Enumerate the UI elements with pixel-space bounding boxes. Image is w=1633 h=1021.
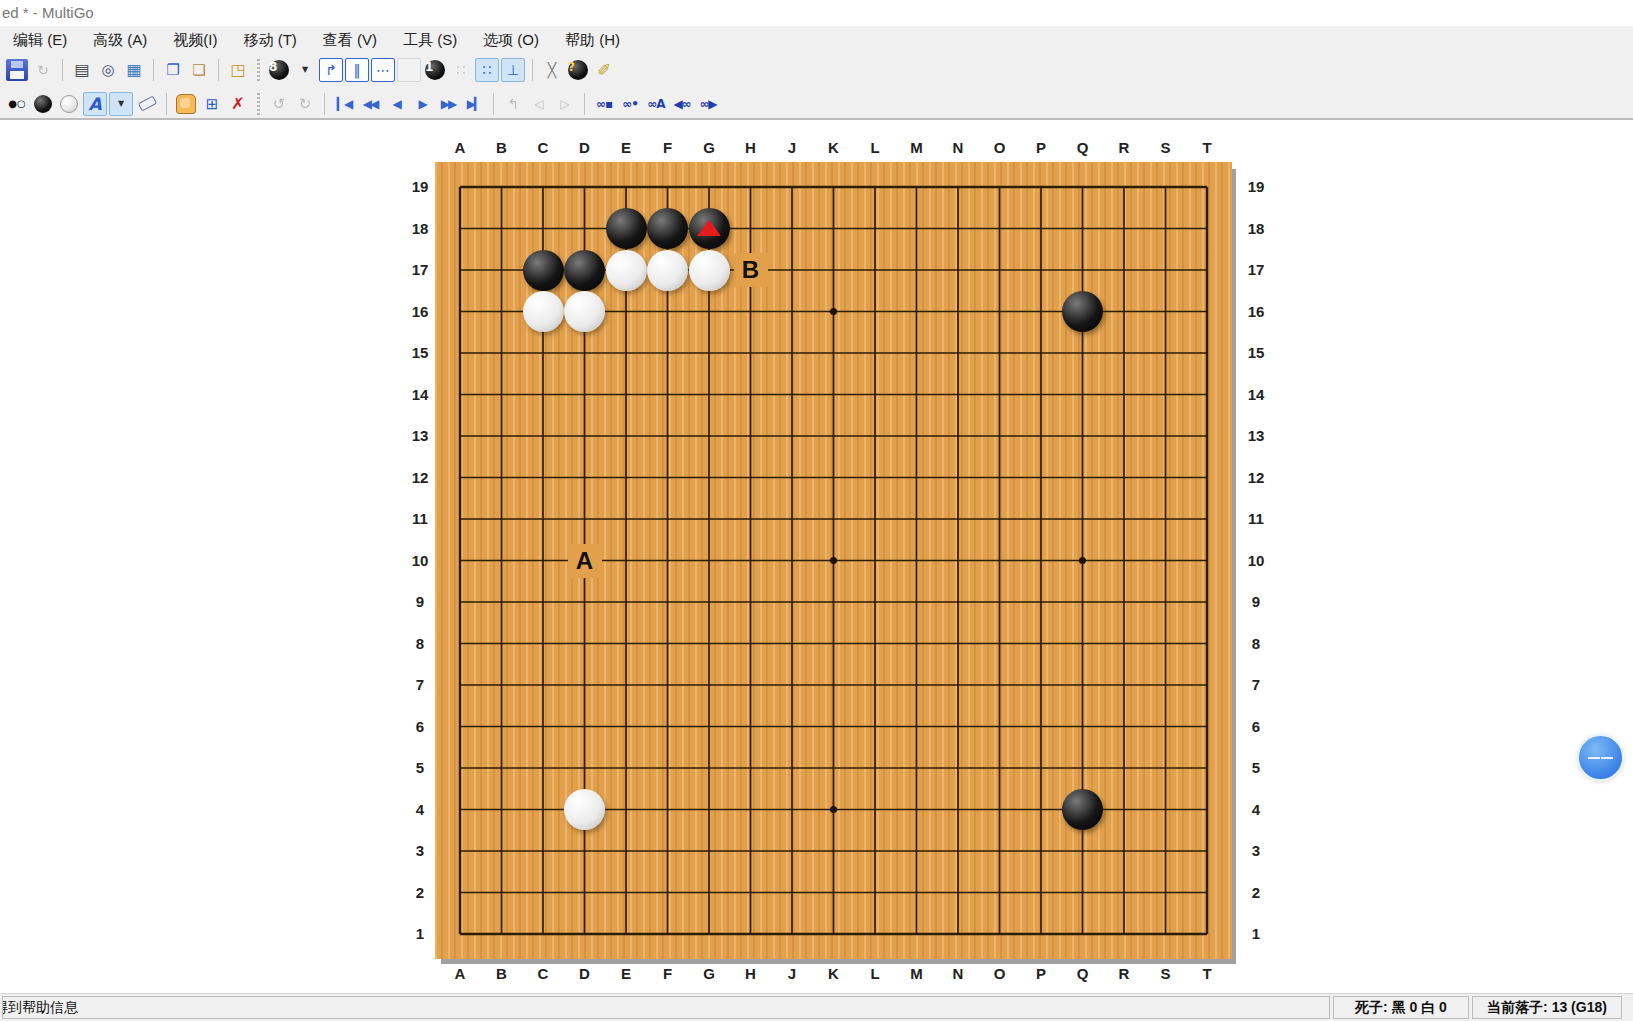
toolbar-separator bbox=[166, 93, 167, 115]
dropdown-caret-icon[interactable]: ▼ bbox=[293, 58, 317, 82]
coord-label-col-H: H bbox=[733, 965, 769, 982]
coord-label-row-6: 6 bbox=[1238, 718, 1274, 735]
stone-white-D16[interactable] bbox=[564, 291, 605, 332]
stone-black-D17[interactable] bbox=[564, 250, 605, 291]
coord-label-col-T: T bbox=[1189, 139, 1225, 156]
coord-label-col-L: L bbox=[857, 965, 893, 982]
rotate-left-icon: ↺ bbox=[267, 92, 291, 116]
coord-label-col-N: N bbox=[940, 139, 976, 156]
window-title: ed * - MultiGo bbox=[2, 4, 94, 21]
star-point-K16 bbox=[830, 308, 837, 315]
toolbar-separator bbox=[218, 59, 219, 81]
coord-label-col-T: T bbox=[1189, 965, 1225, 982]
coord-label-col-H: H bbox=[733, 139, 769, 156]
coord-label-col-G: G bbox=[691, 139, 727, 156]
floating-blue-circle[interactable] bbox=[1577, 734, 1624, 781]
coord-label-col-F: F bbox=[650, 965, 686, 982]
delete-node-icon[interactable]: ✗ bbox=[226, 92, 250, 116]
coord-label-row-15: 15 bbox=[1238, 344, 1274, 361]
menu-bar: 编辑 (E)高级 (A)视频(I)移动 (T)查看 (V)工具 (S)选项 (O… bbox=[0, 26, 1633, 53]
toolbar-separator bbox=[493, 93, 494, 115]
coord-label-col-L: L bbox=[857, 139, 893, 156]
brush-icon[interactable]: ✐ bbox=[592, 58, 616, 82]
title-bar: ed * - MultiGo bbox=[0, 0, 1633, 26]
find-prev-icon[interactable]: ◀∞ bbox=[670, 92, 694, 116]
stone-white-E17[interactable] bbox=[606, 250, 647, 291]
coord-label-row-4: 4 bbox=[1238, 801, 1274, 818]
insert-node-icon[interactable]: ⊞ bbox=[200, 92, 224, 116]
tools-icon[interactable]: ╳ bbox=[540, 58, 564, 82]
coord-label-row-12: 12 bbox=[402, 469, 438, 486]
coord-label-row-12: 12 bbox=[1238, 469, 1274, 486]
coord-label-col-Q: Q bbox=[1065, 139, 1101, 156]
coord-label-row-11: 11 bbox=[402, 510, 438, 527]
coord-label-row-17: 17 bbox=[402, 261, 438, 278]
coord-label-row-3: 3 bbox=[402, 842, 438, 859]
coord-label-row-16: 16 bbox=[402, 303, 438, 320]
coord-label-row-2: 2 bbox=[402, 884, 438, 901]
copy-icon[interactable]: ❐ bbox=[161, 58, 185, 82]
board-label-B: B bbox=[734, 253, 768, 287]
coord-label-col-J: J bbox=[774, 965, 810, 982]
up-level-icon: ↰ bbox=[501, 92, 525, 116]
menu-item[interactable]: 高级 (A) bbox=[80, 26, 160, 53]
captures-panel: 死子: 黑 0 白 0 bbox=[1333, 996, 1469, 1019]
update-document-icon: ↻ bbox=[31, 58, 55, 82]
coord-label-col-A: A bbox=[442, 139, 478, 156]
coord-label-row-1: 1 bbox=[402, 925, 438, 942]
tree-layout-icon: ∷ bbox=[449, 58, 473, 82]
panel-layout-icon[interactable]: ∷ bbox=[475, 58, 499, 82]
coord-label-row-9: 9 bbox=[402, 593, 438, 610]
alternate-stones-icon[interactable]: ●○ bbox=[5, 92, 29, 116]
coord-label-row-5: 5 bbox=[402, 759, 438, 776]
coord-label-col-R: R bbox=[1106, 139, 1142, 156]
star-point-K10 bbox=[830, 557, 837, 564]
white-stone-icon[interactable] bbox=[57, 92, 81, 116]
move-number-1-icon[interactable]: 1 bbox=[423, 58, 447, 82]
toolbar-separator bbox=[153, 59, 154, 81]
find-next-icon[interactable]: ∞▶ bbox=[696, 92, 720, 116]
coord-label-col-K: K bbox=[816, 139, 852, 156]
rotate-view-icon[interactable]: ↱ bbox=[319, 58, 343, 82]
toolbar-drag-handle bbox=[257, 93, 260, 115]
coord-label-row-18: 18 bbox=[1238, 220, 1274, 237]
coord-label-row-4: 4 bbox=[402, 801, 438, 818]
coord-label-row-16: 16 bbox=[1238, 303, 1274, 320]
coord-label-col-D: D bbox=[567, 139, 603, 156]
paste-icon[interactable]: ❏ bbox=[187, 58, 211, 82]
coord-label-row-17: 17 bbox=[1238, 261, 1274, 278]
toolbar-drag-handle bbox=[257, 59, 260, 81]
stone-black-C17[interactable] bbox=[523, 250, 564, 291]
stone-white-C16[interactable] bbox=[523, 291, 564, 332]
main-toolbar: ↻▤◎▦❐❏◳8▼↱‖⋯1∷∷⊥╳?✐ bbox=[0, 53, 1633, 86]
coord-label-row-10: 10 bbox=[402, 552, 438, 569]
coord-label-row-19: 19 bbox=[1238, 178, 1274, 195]
find-text-icon[interactable]: ∞A bbox=[644, 92, 668, 116]
nav-first-button[interactable]: ▎◀ bbox=[332, 92, 356, 116]
coord-label-col-J: J bbox=[774, 139, 810, 156]
next-variation-icon: ▷ bbox=[553, 92, 577, 116]
toolbar-separator bbox=[532, 59, 533, 81]
empty-box-icon bbox=[397, 58, 421, 82]
coord-label-col-E: E bbox=[608, 139, 644, 156]
coord-label-row-11: 11 bbox=[1238, 510, 1274, 527]
label-dropdown-caret[interactable]: ▼ bbox=[109, 92, 133, 116]
nav-forward-button[interactable]: ▶ bbox=[410, 92, 434, 116]
coord-label-row-6: 6 bbox=[402, 718, 438, 735]
coord-label-col-F: F bbox=[650, 139, 686, 156]
rotate-right-icon: ↻ bbox=[293, 92, 317, 116]
black-ball-8-icon[interactable]: 8 bbox=[267, 58, 291, 82]
menu-item[interactable]: 选项 (O) bbox=[470, 26, 552, 53]
menu-item[interactable]: 视频(I) bbox=[160, 26, 230, 53]
coord-label-col-A: A bbox=[442, 965, 478, 982]
find-black-icon[interactable]: ∞▪ bbox=[592, 92, 616, 116]
coord-label-col-O: O bbox=[982, 139, 1018, 156]
coord-label-row-7: 7 bbox=[1238, 676, 1274, 693]
coord-label-col-P: P bbox=[1023, 965, 1059, 982]
coord-label-row-9: 9 bbox=[1238, 593, 1274, 610]
coord-label-row-19: 19 bbox=[402, 178, 438, 195]
tree-view-icon[interactable]: ⊥ bbox=[501, 58, 525, 82]
coord-label-col-P: P bbox=[1023, 139, 1059, 156]
stone-black-Q4[interactable] bbox=[1062, 789, 1103, 830]
coord-label-col-S: S bbox=[1148, 139, 1184, 156]
resize-grip bbox=[1625, 996, 1631, 1019]
last-move-marker bbox=[697, 220, 721, 236]
coord-label-col-B: B bbox=[484, 965, 520, 982]
coord-label-col-E: E bbox=[608, 965, 644, 982]
coord-label-row-8: 8 bbox=[402, 635, 438, 652]
coord-label-col-K: K bbox=[816, 965, 852, 982]
coord-label-col-C: C bbox=[525, 965, 561, 982]
eraser-icon[interactable] bbox=[135, 92, 159, 116]
menu-item[interactable]: 帮助 (H) bbox=[552, 26, 633, 53]
multigo-window: ed * - MultiGo 编辑 (E)高级 (A)视频(I)移动 (T)查看… bbox=[0, 0, 1633, 1021]
coord-label-col-G: G bbox=[691, 965, 727, 982]
coord-label-col-S: S bbox=[1148, 965, 1184, 982]
coord-label-row-1: 1 bbox=[1238, 925, 1274, 942]
stone-white-D4[interactable] bbox=[564, 789, 605, 830]
coord-label-col-Q: Q bbox=[1065, 965, 1101, 982]
split-panes-icon[interactable]: ‖ bbox=[345, 58, 369, 82]
current-move-panel: 当前落子: 13 (G18) bbox=[1472, 996, 1622, 1019]
coord-label-row-15: 15 bbox=[402, 344, 438, 361]
import-folder-icon[interactable]: ◳ bbox=[226, 58, 250, 82]
star-point-K4 bbox=[830, 806, 837, 813]
coord-label-row-14: 14 bbox=[402, 386, 438, 403]
toolbar-separator bbox=[62, 59, 63, 81]
coord-label-row-13: 13 bbox=[402, 427, 438, 444]
coord-label-col-N: N bbox=[940, 965, 976, 982]
coord-label-row-8: 8 bbox=[1238, 635, 1274, 652]
help-stone-icon[interactable]: ? bbox=[566, 58, 590, 82]
stone-white-G17[interactable] bbox=[689, 250, 730, 291]
find-stone-icon[interactable]: ∞• bbox=[618, 92, 642, 116]
nav-last-button[interactable]: ▶▎ bbox=[462, 92, 486, 116]
coord-label-col-M: M bbox=[899, 965, 935, 982]
menu-item[interactable]: 工具 (S) bbox=[390, 26, 470, 53]
stone-white-F17[interactable] bbox=[647, 250, 688, 291]
stone-black-E18[interactable] bbox=[606, 208, 647, 249]
coord-label-row-18: 18 bbox=[402, 220, 438, 237]
coord-label-col-B: B bbox=[484, 139, 520, 156]
black-stone-icon[interactable] bbox=[31, 92, 55, 116]
captures-text: 死子: 黑 0 白 0 bbox=[1355, 999, 1447, 1017]
coord-label-row-5: 5 bbox=[1238, 759, 1274, 776]
coord-label-row-2: 2 bbox=[1238, 884, 1274, 901]
coord-label-col-C: C bbox=[525, 139, 561, 156]
coord-label-row-13: 13 bbox=[1238, 427, 1274, 444]
coord-label-col-M: M bbox=[899, 139, 935, 156]
label-tool-button[interactable]: A bbox=[83, 92, 107, 116]
current-move-text: 当前落子: 13 (G18) bbox=[1487, 999, 1607, 1017]
coord-label-col-O: O bbox=[982, 965, 1018, 982]
board-label-A: A bbox=[568, 544, 602, 578]
menu-item[interactable]: 查看 (V) bbox=[310, 26, 390, 53]
nav-fast-forward-button[interactable]: ▶▶ bbox=[436, 92, 460, 116]
coord-label-col-D: D bbox=[567, 965, 603, 982]
coord-label-row-14: 14 bbox=[1238, 386, 1274, 403]
status-bar: 得到帮助信息 死子: 黑 0 白 0 当前落子: 13 (G18) bbox=[0, 993, 1633, 1021]
edit-toolbar: ●○A▼⊞✗↺↻▎◀◀◀◀▶▶▶▶▎↰◁▷∞▪∞•∞A◀∞∞▶ bbox=[0, 87, 1633, 120]
coord-label-row-10: 10 bbox=[1238, 552, 1274, 569]
menu-item[interactable]: 移动 (T) bbox=[231, 26, 310, 53]
coordinates-icon[interactable]: ⋯ bbox=[371, 58, 395, 82]
stone-black-F18[interactable] bbox=[647, 208, 688, 249]
star-point-Q10 bbox=[1079, 557, 1086, 564]
print-icon[interactable]: ▤ bbox=[70, 58, 94, 82]
nav-back-button[interactable]: ◀ bbox=[384, 92, 408, 116]
status-message: 得到帮助信息 bbox=[2, 999, 78, 1017]
menu-item[interactable]: 编辑 (E) bbox=[0, 26, 80, 53]
window-chrome: 编辑 (E)高级 (A)视频(I)移动 (T)查看 (V)工具 (S)选项 (O… bbox=[0, 26, 1633, 120]
toolbar-separator bbox=[324, 93, 325, 115]
coord-label-col-R: R bbox=[1106, 965, 1142, 982]
coord-label-row-3: 3 bbox=[1238, 842, 1274, 859]
export-image-icon[interactable]: ▦ bbox=[122, 58, 146, 82]
print-preview-icon[interactable]: ◎ bbox=[96, 58, 120, 82]
status-message-panel: 得到帮助信息 bbox=[2, 996, 1330, 1019]
stone-black-Q16[interactable] bbox=[1062, 291, 1103, 332]
nav-fast-back-button[interactable]: ◀◀ bbox=[358, 92, 382, 116]
hand-tool-icon[interactable] bbox=[174, 92, 198, 116]
coord-label-row-7: 7 bbox=[402, 676, 438, 693]
prev-variation-icon: ◁ bbox=[527, 92, 551, 116]
toolbar-separator bbox=[584, 93, 585, 115]
save-icon[interactable] bbox=[5, 58, 29, 82]
